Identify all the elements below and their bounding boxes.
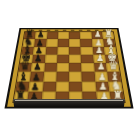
- hinge-highlight-line: [15, 100, 123, 101]
- piece-wb: ♝: [108, 70, 121, 82]
- square[interactable]: [80, 32, 92, 39]
- piece-bp: ♟: [34, 38, 46, 47]
- square[interactable]: ♝: [107, 72, 121, 81]
- square[interactable]: ♞: [108, 81, 123, 91]
- square[interactable]: [69, 63, 82, 72]
- square[interactable]: ♟: [30, 72, 44, 81]
- square[interactable]: ♛: [106, 63, 120, 72]
- chess-board-grid: ♜♟♟♜♞♟♟♞♝♟♟♝♚♟♟♚♛♟♟♛♝♟♟♝♞♟♟♞♜♟♟♜: [14, 32, 125, 102]
- square[interactable]: [69, 39, 81, 47]
- square[interactable]: [56, 63, 69, 72]
- square[interactable]: ♟: [33, 47, 46, 55]
- square[interactable]: [45, 55, 58, 63]
- board-front-edge: [13, 99, 125, 107]
- piece-bp: ♟: [35, 31, 46, 39]
- piece-bp: ♟: [29, 82, 42, 92]
- board-frame: ♜♟♟♜♞♟♟♞♝♟♟♝♚♟♟♚♛♟♟♛♝♟♟♝♞♟♟♞♜♟♟♜: [4, 28, 133, 109]
- square[interactable]: ♟: [31, 63, 44, 72]
- square[interactable]: [80, 39, 92, 47]
- square[interactable]: ♟: [29, 81, 43, 91]
- square[interactable]: ♟: [34, 39, 46, 47]
- square[interactable]: ♟: [95, 81, 109, 91]
- square[interactable]: ♞: [103, 39, 116, 47]
- piece-bk: ♚: [20, 52, 32, 63]
- square[interactable]: [69, 81, 82, 91]
- square[interactable]: [46, 39, 58, 47]
- square[interactable]: ♜: [102, 32, 114, 39]
- square[interactable]: ♞: [15, 81, 30, 91]
- piece-bq: ♛: [19, 61, 32, 72]
- piece-br: ♜: [24, 29, 35, 39]
- square[interactable]: [69, 55, 81, 63]
- square[interactable]: [46, 32, 58, 39]
- chess-set-photo: ♜♟♟♜♞♟♟♞♝♟♟♝♚♟♟♚♛♟♟♛♝♟♟♝♞♟♟♞♜♟♟♜: [0, 0, 140, 140]
- board-border-strip: ♜♟♟♜♞♟♟♞♝♟♟♝♚♟♟♚♛♟♟♛♝♟♟♝♞♟♟♞♜♟♟♜: [7, 29, 131, 107]
- square[interactable]: ♟: [35, 32, 47, 39]
- square[interactable]: [56, 81, 69, 91]
- square[interactable]: [56, 72, 69, 81]
- piece-bp: ♟: [33, 46, 45, 55]
- square[interactable]: [43, 72, 56, 81]
- square[interactable]: [69, 32, 80, 39]
- square[interactable]: [57, 55, 69, 63]
- square[interactable]: ♟: [91, 32, 103, 39]
- piece-wp: ♟: [96, 82, 109, 92]
- piece-bp: ♟: [30, 72, 43, 82]
- square[interactable]: [81, 63, 94, 72]
- square[interactable]: ♝: [17, 72, 31, 81]
- piece-wq: ♛: [107, 61, 120, 72]
- piece-bn: ♞: [15, 79, 28, 91]
- square[interactable]: [81, 55, 94, 63]
- square[interactable]: [57, 47, 69, 55]
- square[interactable]: ♝: [104, 47, 117, 55]
- square[interactable]: [82, 72, 95, 81]
- square[interactable]: [42, 81, 56, 91]
- square[interactable]: [45, 47, 57, 55]
- square[interactable]: [44, 63, 57, 72]
- piece-bp: ♟: [31, 63, 44, 72]
- square[interactable]: [81, 47, 93, 55]
- piece-wk: ♚: [106, 52, 118, 63]
- piece-wr: ♜: [103, 29, 114, 39]
- square[interactable]: ♟: [92, 39, 104, 47]
- square[interactable]: [58, 32, 69, 39]
- square[interactable]: ♟: [94, 63, 107, 72]
- square[interactable]: ♚: [20, 55, 33, 63]
- square[interactable]: ♟: [32, 55, 45, 63]
- square[interactable]: [57, 39, 69, 47]
- square[interactable]: ♟: [92, 47, 105, 55]
- square[interactable]: ♟: [94, 72, 108, 81]
- square[interactable]: [82, 81, 96, 91]
- square[interactable]: [69, 47, 81, 55]
- square[interactable]: [69, 72, 82, 81]
- square[interactable]: ♛: [19, 63, 33, 72]
- chess-board-3d: ♜♟♟♜♞♟♟♞♝♟♟♝♚♟♟♚♛♟♟♛♝♟♟♝♞♟♟♞♜♟♟♜: [4, 28, 133, 109]
- piece-wp: ♟: [93, 46, 105, 55]
- piece-bp: ♟: [32, 54, 44, 63]
- piece-wn: ♞: [109, 79, 122, 91]
- square[interactable]: ♟: [93, 55, 106, 63]
- square[interactable]: ♚: [105, 55, 118, 63]
- piece-bb: ♝: [17, 70, 30, 82]
